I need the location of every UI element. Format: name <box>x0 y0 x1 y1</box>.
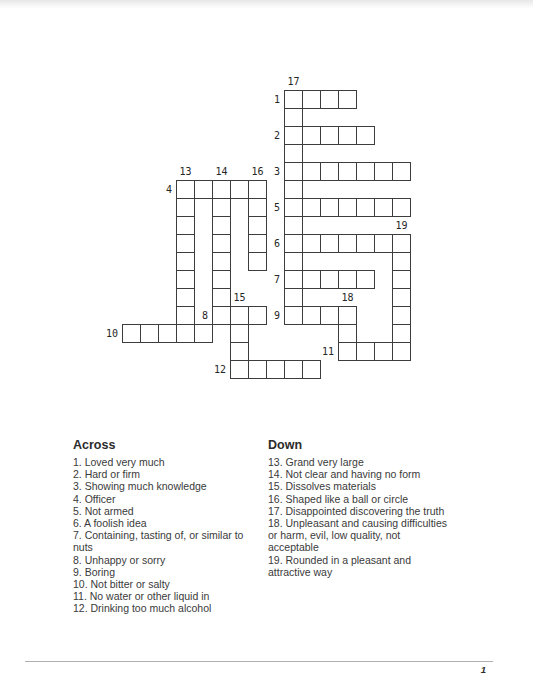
grid-cell <box>320 90 339 109</box>
grid-cell <box>356 270 375 289</box>
grid-cell <box>356 342 375 361</box>
clue-number-15: 15 <box>230 292 249 303</box>
clue-8: 8. Unhappy or sorry <box>73 554 265 566</box>
grid-cell <box>392 270 411 289</box>
grid-cell <box>230 360 249 379</box>
grid-cell <box>284 180 303 199</box>
grid-cell <box>212 234 231 253</box>
grid-cell <box>356 162 375 181</box>
clue-number-12: 12 <box>204 364 226 375</box>
grid-cell <box>302 90 321 109</box>
grid-cell <box>176 216 195 235</box>
grid-cell <box>230 342 249 361</box>
clue-4: 4. Officer <box>73 493 265 505</box>
clue-number-9: 9 <box>258 310 280 321</box>
grid-cell <box>338 90 357 109</box>
clue-14: 14. Not clear and having no form <box>268 468 468 480</box>
clue-number-10: 10 <box>96 328 118 339</box>
clue-number-16: 16 <box>248 166 267 177</box>
clue-number-2: 2 <box>258 130 280 141</box>
grid-cell <box>212 216 231 235</box>
crossword-worksheet-page: 17123131416451967151889101112 Across 1. … <box>0 0 533 694</box>
grid-cell <box>194 324 213 343</box>
grid-cell <box>158 324 177 343</box>
grid-cell <box>140 324 159 343</box>
clue-13: 13. Grand very large <box>268 456 468 468</box>
down-clue-list: 13. Grand very large14. Not clear and ha… <box>268 456 468 578</box>
clue-number-14: 14 <box>212 166 231 177</box>
grid-cell <box>302 198 321 217</box>
grid-cell <box>248 360 267 379</box>
grid-cell <box>392 342 411 361</box>
clue-number-5: 5 <box>258 202 280 213</box>
grid-cell <box>212 180 231 199</box>
grid-cell <box>356 126 375 145</box>
clue-3: 3. Showing much knowledge <box>73 480 265 492</box>
grid-cell <box>302 162 321 181</box>
grid-cell <box>338 342 357 361</box>
grid-cell <box>374 234 393 253</box>
grid-cell <box>230 306 249 325</box>
clue-number-4: 4 <box>150 184 172 195</box>
grid-cell <box>302 126 321 145</box>
across-clues-section: Across 1. Loved very much2. Hard or firm… <box>73 438 265 615</box>
grid-cell <box>302 234 321 253</box>
down-clues-section: Down 13. Grand very large14. Not clear a… <box>268 438 468 578</box>
page-top-shadow <box>0 0 533 9</box>
grid-cell <box>338 270 357 289</box>
grid-cell <box>176 198 195 217</box>
grid-cell <box>248 180 267 199</box>
clue-19-line-1: 19. Rounded in a pleasant and <box>268 554 468 566</box>
grid-cell <box>248 252 267 271</box>
clue-5: 5. Not armed <box>73 505 265 517</box>
grid-cell <box>266 360 285 379</box>
grid-cell <box>338 234 357 253</box>
grid-cell <box>284 288 303 307</box>
grid-cell <box>176 180 195 199</box>
grid-cell <box>248 216 267 235</box>
grid-cell <box>284 162 303 181</box>
grid-cell <box>392 306 411 325</box>
clue-7-line-2: nuts <box>73 541 265 553</box>
grid-cell <box>392 288 411 307</box>
grid-cell <box>284 198 303 217</box>
clue-1: 1. Loved very much <box>73 456 265 468</box>
grid-cell <box>284 108 303 127</box>
grid-cell <box>284 234 303 253</box>
grid-cell <box>320 234 339 253</box>
clue-9: 9. Boring <box>73 566 265 578</box>
clue-number-19: 19 <box>392 220 411 231</box>
grid-cell <box>284 252 303 271</box>
down-header: Down <box>268 438 468 452</box>
clue-12: 12. Drinking too much alcohol <box>73 602 265 614</box>
grid-cell <box>374 342 393 361</box>
grid-cell <box>284 90 303 109</box>
grid-cell <box>194 180 213 199</box>
clue-16: 16. Shaped like a ball or circle <box>268 493 468 505</box>
grid-cell <box>176 270 195 289</box>
across-clue-list: 1. Loved very much2. Hard or firm3. Show… <box>73 456 265 615</box>
grid-cell <box>284 126 303 145</box>
grid-cell <box>356 234 375 253</box>
clue-number-7: 7 <box>258 274 280 285</box>
clue-number-18: 18 <box>338 292 357 303</box>
grid-cell <box>374 198 393 217</box>
clue-11: 11. No water or other liquid in <box>73 590 265 602</box>
grid-cell <box>320 126 339 145</box>
grid-cell <box>284 144 303 163</box>
clue-6: 6. A foolish idea <box>73 517 265 529</box>
grid-cell <box>284 306 303 325</box>
clue-2: 2. Hard or firm <box>73 468 265 480</box>
clue-17: 17. Disappointed discovering the truth <box>268 505 468 517</box>
grid-cell <box>356 198 375 217</box>
clue-number-11: 11 <box>312 346 334 357</box>
clue-number-8: 8 <box>186 310 208 321</box>
grid-cell <box>176 234 195 253</box>
grid-cell <box>230 180 249 199</box>
grid-cell <box>176 252 195 271</box>
grid-cell <box>212 270 231 289</box>
grid-cell <box>284 270 303 289</box>
grid-cell <box>212 288 231 307</box>
grid-cell <box>320 270 339 289</box>
clue-18-line-2: or harm, evil, low quality, not <box>268 529 468 541</box>
grid-cell <box>338 126 357 145</box>
grid-cell <box>338 306 357 325</box>
page-number: 1 <box>472 664 486 675</box>
clue-10: 10. Not bitter or salty <box>73 578 265 590</box>
grid-cell <box>230 324 249 343</box>
grid-cell <box>338 162 357 181</box>
grid-cell <box>284 216 303 235</box>
grid-cell <box>392 234 411 253</box>
grid-cell <box>176 288 195 307</box>
clue-number-13: 13 <box>176 166 195 177</box>
grid-cell <box>320 198 339 217</box>
grid-cell <box>392 162 411 181</box>
clue-19-line-2: attractive way <box>268 566 468 578</box>
crossword-grid: 17123131416451967151889101112 <box>122 90 411 379</box>
clue-7-line-1: 7. Containing, tasting of, or similar to <box>73 529 265 541</box>
grid-cell <box>392 198 411 217</box>
grid-cell <box>338 198 357 217</box>
grid-cell <box>302 270 321 289</box>
grid-cell <box>320 306 339 325</box>
clue-number-6: 6 <box>258 238 280 249</box>
grid-cell <box>122 324 141 343</box>
grid-cell <box>302 306 321 325</box>
grid-cell <box>284 360 303 379</box>
clue-15: 15. Dissolves materials <box>268 480 468 492</box>
grid-cell <box>302 360 321 379</box>
grid-cell <box>320 162 339 181</box>
grid-cell <box>212 252 231 271</box>
grid-cell <box>392 252 411 271</box>
grid-cell <box>212 306 231 325</box>
grid-cell <box>212 198 231 217</box>
grid-cell <box>374 162 393 181</box>
grid-cell <box>338 324 357 343</box>
clue-number-1: 1 <box>258 94 280 105</box>
grid-cell <box>176 324 195 343</box>
across-header: Across <box>73 438 265 452</box>
clue-18-line-3: acceptable <box>268 541 468 553</box>
grid-cell <box>392 324 411 343</box>
clue-18-line-1: 18. Unpleasant and causing difficulties <box>268 517 468 529</box>
footer-rule <box>25 661 493 662</box>
clue-number-17: 17 <box>284 76 303 87</box>
